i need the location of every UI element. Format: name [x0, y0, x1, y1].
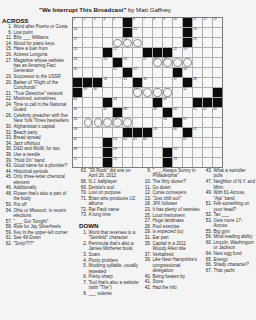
grid-cell[interactable]: 34 — [103, 78, 112, 87]
grid-cell[interactable] — [113, 128, 122, 137]
grid-cell[interactable] — [193, 88, 202, 97]
grid-block-cell — [173, 118, 182, 127]
cell-number: 65 — [133, 138, 137, 142]
grid-cell[interactable] — [213, 148, 222, 157]
across-clue-column: 1.Word after Puerto or Costa6.Low point1… — [2, 24, 71, 247]
grid-cell[interactable]: 27 — [143, 58, 152, 67]
grid-cell[interactable] — [133, 98, 142, 107]
grid-cell[interactable]: 5 — [113, 18, 122, 27]
grid-cell[interactable] — [163, 138, 172, 147]
grid-cell[interactable]: 30 — [73, 68, 82, 77]
grid-cell[interactable]: 16 — [193, 28, 202, 37]
grid-cell[interactable] — [93, 148, 102, 157]
grid-cell[interactable] — [133, 118, 142, 127]
clue-item: 45.Only three-letter chemical element — [2, 174, 71, 185]
grid-cell[interactable] — [143, 108, 152, 117]
grid-cell[interactable] — [213, 138, 222, 147]
grid-cell[interactable]: 29 — [163, 58, 172, 67]
grid-cell[interactable]: 11 — [193, 18, 202, 27]
grid-cell[interactable]: 44 — [113, 98, 122, 107]
grid-cell[interactable] — [83, 98, 92, 107]
grid-cell[interactable] — [183, 98, 192, 107]
grid-cell[interactable]: 69 — [113, 148, 122, 157]
grid-cell[interactable] — [93, 158, 102, 167]
grid-cell[interactable] — [113, 28, 122, 37]
clue-number: 17. — [2, 58, 14, 74]
clue-number: 53. — [203, 218, 214, 229]
grid-block-cell — [183, 18, 192, 27]
grid-cell[interactable] — [153, 38, 162, 47]
grid-cell[interactable] — [213, 58, 222, 67]
grid-cell[interactable]: 41 — [133, 88, 142, 97]
cell-number: 10 — [173, 18, 177, 22]
grid-cell[interactable] — [173, 98, 182, 107]
grid-cell[interactable]: 67 — [183, 138, 192, 147]
grid-cell[interactable] — [93, 38, 102, 47]
grid-cell[interactable]: 24 — [73, 58, 82, 67]
grid-cell[interactable]: 39 — [83, 88, 92, 97]
grid-cell[interactable]: 38 — [193, 78, 202, 87]
grid-cell[interactable]: 22 — [173, 48, 182, 57]
cell-number: 39 — [83, 88, 87, 92]
grid-cell[interactable] — [83, 28, 92, 37]
grid-cell[interactable]: 68 — [73, 148, 82, 157]
grid-cell[interactable] — [183, 158, 192, 167]
grid-cell[interactable] — [123, 88, 132, 97]
cell-number: 6 — [133, 18, 135, 22]
clue-item: 2.Peninsula that's also a James Michener… — [78, 241, 140, 252]
grid-cell[interactable] — [133, 48, 142, 57]
grid-cell[interactable]: 26 — [123, 58, 132, 67]
grid-cell[interactable] — [103, 118, 112, 127]
grid-cell[interactable] — [103, 28, 112, 37]
grid-cell[interactable] — [153, 28, 162, 37]
grid-cell[interactable] — [83, 118, 92, 127]
cell-number: 37 — [173, 78, 177, 82]
grid-cell[interactable] — [203, 118, 212, 127]
grid-block-cell — [103, 48, 112, 57]
grid-cell[interactable] — [203, 148, 212, 157]
clue-number: 54. — [2, 208, 14, 219]
grid-cell[interactable] — [203, 58, 212, 67]
grid-cell[interactable] — [143, 68, 152, 77]
grid-cell[interactable]: 58 — [73, 128, 82, 137]
grid-cell[interactable]: 19 — [193, 38, 202, 47]
grid-cell[interactable] — [143, 158, 152, 167]
clue-number: 48. — [2, 191, 14, 202]
grid-cell[interactable]: 48 — [123, 108, 132, 117]
cell-number: 36 — [143, 78, 147, 82]
grid-cell[interactable]: 7 — [143, 18, 152, 27]
clue-item: 51.Felt something on your head? — [203, 201, 255, 212]
grid-cell[interactable] — [203, 158, 212, 167]
grid-cell[interactable]: 31 — [113, 68, 122, 77]
cell-number: 60 — [173, 128, 177, 132]
grid-cell[interactable] — [123, 48, 132, 57]
grid-cell[interactable] — [103, 38, 112, 47]
grid-cell[interactable] — [163, 78, 172, 87]
grid-cell[interactable]: 71 — [73, 158, 82, 167]
grid-cell[interactable] — [213, 128, 222, 137]
theme-circle-icon — [133, 39, 141, 47]
grid-cell[interactable] — [83, 158, 92, 167]
grid-cell[interactable]: 47 — [103, 108, 112, 117]
grid-cell[interactable] — [133, 148, 142, 157]
grid-cell[interactable] — [93, 138, 102, 147]
grid-block-cell — [163, 158, 172, 167]
grid-cell[interactable]: 56 — [163, 118, 172, 127]
grid-cell[interactable] — [163, 128, 172, 137]
grid-cell[interactable] — [173, 58, 182, 67]
cell-number: 13 — [213, 18, 217, 22]
grid-cell[interactable]: 6 — [133, 18, 142, 27]
clue-item: 53.Gets more 17-Across — [203, 218, 255, 229]
grid-cell[interactable] — [203, 88, 212, 97]
clue-number: 62. — [2, 241, 14, 246]
grid-cell[interactable]: 4 — [103, 18, 112, 27]
grid-cell[interactable] — [123, 148, 132, 157]
clue-item: 1.Word that reverses to a "Seinfeld" cha… — [78, 230, 140, 241]
grid-cell[interactable] — [93, 108, 102, 117]
grid-cell[interactable] — [143, 88, 152, 97]
cell-number: 5 — [113, 18, 115, 22]
grid-cell[interactable] — [183, 148, 192, 157]
grid-cell[interactable] — [133, 38, 142, 47]
grid-cell[interactable]: 1 — [73, 18, 82, 27]
grid-cell[interactable]: 52 — [203, 108, 212, 117]
grid-cell[interactable] — [203, 38, 212, 47]
grid-cell[interactable] — [153, 138, 162, 147]
clue-number: 45. — [2, 174, 14, 185]
clue-item: 62."Srsly!?!?" — [2, 241, 71, 246]
grid-cell[interactable] — [113, 88, 122, 97]
cell-number: 71 — [74, 158, 78, 162]
grid-cell[interactable] — [193, 118, 202, 127]
grid-cell[interactable] — [163, 28, 172, 37]
grid-cell[interactable]: 3 — [93, 18, 102, 27]
clue-item: 5.Mocking syllable, usually repeated — [78, 263, 140, 274]
cell-number: 12 — [203, 18, 207, 22]
theme-circle-icon — [163, 58, 171, 66]
grid-cell[interactable]: 62 — [73, 138, 82, 147]
grid-cell[interactable]: 72 — [113, 158, 122, 167]
grid-cell[interactable] — [113, 38, 122, 47]
cell-number: 53 — [213, 108, 217, 112]
clue-item: 54.Ohio or Missouri, in recent elections — [2, 208, 71, 219]
cell-number: 33 — [183, 68, 187, 72]
cell-number: 59 — [153, 128, 157, 132]
cell-number: 40 — [93, 88, 97, 92]
grid-block-cell — [123, 18, 132, 27]
grid-cell[interactable] — [103, 88, 112, 97]
clue-text: Magazine whose website has an Amazing Fa… — [14, 58, 72, 74]
grid-cell[interactable] — [213, 68, 222, 77]
grid-cell[interactable] — [83, 148, 92, 157]
grid-cell[interactable] — [153, 88, 162, 97]
cell-number: 69 — [113, 148, 117, 152]
cell-number: 73 — [173, 158, 177, 162]
grid-cell[interactable]: 61 — [193, 128, 202, 137]
crossword-grid: 1234567891011121314151617181920212223242… — [72, 17, 223, 168]
cell-number: 68 — [74, 148, 78, 152]
cell-number: 22 — [173, 48, 177, 52]
grid-cell[interactable] — [123, 98, 132, 107]
grid-cell[interactable] — [173, 88, 182, 97]
grid-cell[interactable] — [193, 138, 202, 147]
cell-number: 25 — [103, 58, 107, 62]
clue-number: 26. — [2, 113, 14, 124]
bottom-clue-column-2: 9."___ Always Sunny in Philadelphia"10.T… — [142, 168, 201, 291]
grid-cell[interactable]: 46 — [73, 108, 82, 117]
puzzle-title: "We Interrupt This Broadcast" by Matt Ga… — [39, 6, 171, 13]
grid-cell[interactable] — [133, 58, 142, 67]
grid-cell[interactable] — [163, 38, 172, 47]
grid-cell[interactable] — [183, 58, 192, 67]
clue-item: 8.___ volente — [78, 291, 140, 296]
clue-number: 9. — [142, 168, 153, 179]
grid-cell[interactable] — [93, 28, 102, 37]
grid-cell[interactable] — [143, 98, 152, 107]
clue-number: 63. — [78, 168, 89, 179]
grid-cell[interactable]: 32 — [133, 68, 142, 77]
grid-cell[interactable] — [83, 68, 92, 77]
clue-item: 9."___ Always Sunny in Philadelphia" — [142, 168, 201, 179]
grid-block-cell — [193, 98, 202, 107]
grid-block-cell — [213, 88, 222, 97]
clue-item: 24.Time to call in the National Guard — [2, 102, 71, 113]
clue-number: 47. — [203, 179, 214, 190]
clue-number: 51. — [203, 201, 214, 212]
cell-number: 67 — [183, 138, 187, 142]
grid-cell[interactable]: 9 — [163, 18, 172, 27]
grid-block-cell — [133, 128, 142, 137]
cell-number: 45 — [163, 98, 167, 102]
cell-number: 31 — [113, 68, 117, 72]
clue-item: 47.Neighbor of N.Y. and Minn. — [203, 179, 255, 190]
cell-number: 66 — [143, 138, 147, 142]
theme-circle-icon — [94, 118, 102, 126]
grid-cell[interactable] — [103, 128, 112, 137]
grid-cell[interactable]: 63 — [113, 138, 122, 147]
grid-cell[interactable]: 55 — [113, 118, 122, 127]
grid-cell[interactable]: 13 — [213, 18, 222, 27]
grid-cell[interactable] — [193, 58, 202, 67]
clue-text: Ohio or Missouri, in recent elections — [14, 208, 72, 219]
grid-cell[interactable]: 33 — [183, 68, 192, 77]
grid-cell[interactable] — [143, 148, 152, 157]
grid-block-cell — [183, 28, 192, 37]
cell-number: 64 — [123, 138, 127, 142]
grid-cell[interactable]: 59 — [153, 128, 162, 137]
grid-cell[interactable]: 45 — [163, 98, 172, 107]
grid-cell[interactable]: 12 — [203, 18, 212, 27]
grid-block-cell — [103, 158, 112, 167]
clue-text: Celebrity preacher with five New York Ti… — [14, 113, 72, 124]
grid-cell[interactable] — [93, 118, 102, 127]
grid-cell[interactable] — [153, 118, 162, 127]
grid-cell[interactable] — [203, 128, 212, 137]
grid-cell[interactable] — [133, 108, 142, 117]
grid-cell[interactable]: 15 — [133, 28, 142, 37]
clue-text: Had the info — [153, 285, 202, 290]
grid-cell[interactable]: 8 — [153, 18, 162, 27]
grid-cell[interactable]: 49 — [153, 108, 162, 117]
grid-cell[interactable] — [123, 158, 132, 167]
grid-cell[interactable] — [173, 28, 182, 37]
grid-cell[interactable] — [163, 68, 172, 77]
grid-cell[interactable] — [93, 48, 102, 57]
grid-cell[interactable]: 50 — [173, 108, 182, 117]
grid-cell[interactable]: 64 — [123, 138, 132, 147]
grid-cell[interactable] — [173, 138, 182, 147]
grid-cell[interactable]: 36 — [143, 78, 152, 87]
theme-circle-icon — [163, 88, 171, 96]
clue-text: Tool that's also a website (with "The") — [89, 280, 141, 291]
grid-cell[interactable]: 43 — [73, 98, 82, 107]
grid-cell[interactable]: 10 — [173, 18, 182, 27]
cell-number: 70 — [173, 148, 177, 152]
grid-cell[interactable] — [173, 38, 182, 47]
cell-number: 7 — [143, 18, 145, 22]
grid-cell[interactable]: 20 — [73, 48, 82, 57]
clue-item: 67.That yacht — [203, 268, 255, 273]
grid-block-cell — [83, 78, 92, 87]
theme-circle-icon — [123, 118, 131, 126]
grid-cell[interactable] — [213, 158, 222, 167]
clue-item: 43.What a swindler pulls — [203, 168, 255, 179]
grid-cell[interactable] — [203, 48, 212, 57]
grid-cell[interactable] — [193, 68, 202, 77]
grid-cell[interactable] — [93, 68, 102, 77]
grid-cell[interactable] — [143, 118, 152, 127]
grid-cell[interactable]: 54 — [73, 118, 82, 127]
cell-number: 48 — [123, 108, 127, 112]
cell-number: 62 — [74, 138, 78, 142]
grid-cell[interactable] — [213, 48, 222, 57]
grid-cell[interactable] — [213, 118, 222, 127]
grid-cell[interactable]: 28 — [153, 58, 162, 67]
grid-cell[interactable]: 23 — [183, 48, 192, 57]
clue-text: Felt something on your head? — [214, 201, 256, 212]
grid-cell[interactable] — [143, 38, 152, 47]
cell-number: 34 — [103, 78, 107, 82]
grid-cell[interactable]: 18 — [123, 38, 132, 47]
grid-cell[interactable] — [93, 58, 102, 67]
cell-number: 27 — [143, 58, 147, 62]
clue-text: "Srsly!?!?" — [14, 241, 72, 246]
grid-cell[interactable] — [203, 28, 212, 37]
clue-text: Mocking syllable, usually repeated — [89, 263, 141, 274]
grid-cell[interactable] — [143, 28, 152, 37]
grid-cell[interactable] — [83, 108, 92, 117]
grid-cell[interactable] — [203, 138, 212, 147]
grid-cell[interactable] — [123, 118, 132, 127]
grid-cell[interactable]: 21 — [113, 48, 122, 57]
grid-cell[interactable] — [83, 38, 92, 47]
grid-cell[interactable] — [113, 78, 122, 87]
clue-number: 2. — [78, 241, 89, 252]
grid-cell[interactable] — [83, 58, 92, 67]
grid-cell[interactable] — [83, 138, 92, 147]
grid-cell[interactable] — [133, 158, 142, 167]
clue-text: A long time — [89, 212, 141, 217]
grid-block-cell — [183, 38, 192, 47]
grid-cell[interactable]: 2 — [83, 18, 92, 27]
bottom-clue-column-3: 43.What a swindler pulls47.Neighbor of N… — [203, 168, 255, 273]
cell-number: 49 — [153, 108, 157, 112]
cell-number: 11 — [193, 18, 196, 22]
grid-cell[interactable]: 40 — [93, 88, 102, 97]
grid-cell[interactable]: 35 — [123, 78, 132, 87]
grid-cell[interactable]: 25 — [103, 58, 112, 67]
grid-block-cell — [103, 98, 112, 107]
grid-cell[interactable]: 53 — [213, 108, 222, 117]
grid-cell[interactable] — [203, 78, 212, 87]
clue-text: What a swindler pulls — [214, 168, 256, 179]
cell-number: 42 — [183, 88, 187, 92]
grid-cell[interactable] — [183, 108, 192, 117]
grid-block-cell — [163, 48, 172, 57]
grid-cell[interactable]: 66 — [143, 138, 152, 147]
clue-text: Neighbor of N.Y. and Minn. — [214, 179, 256, 190]
grid-cell[interactable] — [93, 98, 102, 107]
grid-cell[interactable]: 14 — [73, 28, 82, 37]
grid-cell[interactable] — [193, 148, 202, 157]
cell-number: 38 — [193, 78, 197, 82]
grid-cell[interactable] — [93, 128, 102, 137]
grid-cell[interactable]: 70 — [173, 148, 182, 157]
grid-cell[interactable] — [103, 68, 112, 77]
clue-item: 20.Barker of "Flight of the Conchords" — [2, 80, 71, 91]
grid-cell[interactable]: 37 — [173, 78, 182, 87]
grid-cell[interactable]: 65 — [133, 138, 142, 147]
grid-cell[interactable] — [153, 68, 162, 77]
clue-number: 67. — [203, 268, 214, 273]
cell-number: 72 — [113, 158, 117, 162]
grid-block-cell — [143, 128, 152, 137]
grid-cell[interactable] — [193, 158, 202, 167]
grid-cell[interactable] — [203, 68, 212, 77]
grid-cell[interactable] — [163, 88, 172, 97]
grid-cell[interactable] — [153, 158, 162, 167]
clue-text: Like New Hampshire's congressional deleg… — [153, 257, 202, 273]
grid-cell[interactable] — [83, 128, 92, 137]
grid-cell[interactable] — [213, 38, 222, 47]
crossword-page: "We Interrupt This Broadcast" by Matt Ga… — [0, 0, 256, 320]
grid-cell[interactable]: 51 — [193, 108, 202, 117]
grid-block-cell — [113, 108, 122, 117]
grid-cell[interactable] — [193, 48, 202, 57]
grid-cell[interactable] — [153, 148, 162, 157]
clue-number: 71. — [78, 196, 89, 207]
grid-cell[interactable]: 57 — [183, 118, 192, 127]
clue-number: 60. — [203, 240, 214, 251]
cell-number: 61 — [193, 128, 197, 132]
grid-cell[interactable]: 17 — [73, 38, 82, 47]
grid-cell[interactable] — [83, 48, 92, 57]
cell-number: 17 — [74, 38, 78, 42]
theme-circle-icon — [103, 118, 111, 126]
grid-cell[interactable] — [213, 78, 222, 87]
grid-cell[interactable]: 73 — [173, 158, 182, 167]
grid-cell[interactable]: 42 — [183, 88, 192, 97]
theme-circle-icon — [183, 58, 191, 66]
cell-number: 24 — [74, 58, 78, 62]
grid-cell[interactable] — [213, 28, 222, 37]
grid-cell[interactable]: 60 — [173, 128, 182, 137]
cell-number: 58 — [74, 128, 78, 132]
grid-cell[interactable] — [153, 78, 162, 87]
